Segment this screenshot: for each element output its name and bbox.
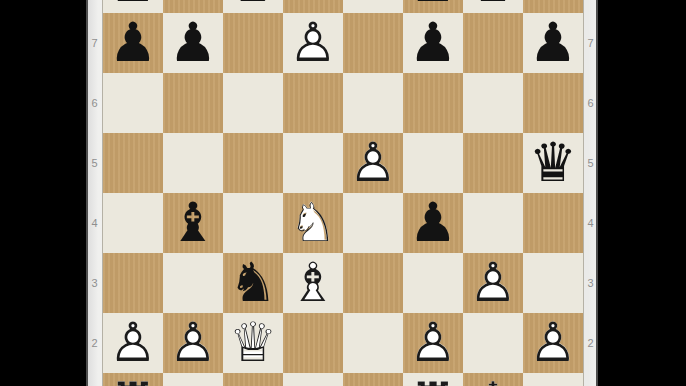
white-pawn-outline: ♙ [523,313,583,373]
white-pawn[interactable]: ♟♙ [163,313,223,373]
square-g8[interactable]: ♚ [463,0,523,13]
square-h5[interactable]: ♛ [523,133,583,193]
white-pawn-outline: ♙ [343,133,403,193]
white-knight-outline: ♘ [283,193,343,253]
black-pawn-glyph: ♟ [523,13,583,73]
black-pawn-glyph: ♟ [403,193,463,253]
square-h7[interactable]: ♟ [523,13,583,73]
square-c3[interactable]: ♞ [223,253,283,313]
square-d5[interactable] [283,133,343,193]
square-f5[interactable] [403,133,463,193]
white-bishop[interactable]: ♝♗ [283,253,343,313]
square-h3[interactable] [523,253,583,313]
square-h4[interactable] [523,193,583,253]
square-a3[interactable] [103,253,163,313]
black-pawn[interactable]: ♟ [103,13,163,73]
square-h6[interactable] [523,73,583,133]
black-pawn-glyph: ♟ [403,13,463,73]
square-f1[interactable]: ♜♖ [403,373,463,386]
square-e4[interactable] [343,193,403,253]
white-pawn[interactable]: ♟♙ [103,313,163,373]
square-d1[interactable] [283,373,343,386]
square-e2[interactable] [343,313,403,373]
square-c2[interactable]: ♛♕ [223,313,283,373]
white-bishop-outline: ♗ [283,253,343,313]
square-d2[interactable] [283,313,343,373]
square-c5[interactable] [223,133,283,193]
square-g5[interactable] [463,133,523,193]
square-a5[interactable] [103,133,163,193]
square-e3[interactable] [343,253,403,313]
square-h2[interactable]: ♟♙ [523,313,583,373]
rank-label-7-left: 7 [87,36,102,50]
square-f6[interactable] [403,73,463,133]
square-d3[interactable]: ♝♗ [283,253,343,313]
white-pawn[interactable]: ♟♙ [283,13,343,73]
black-pawn[interactable]: ♟ [523,13,583,73]
square-g6[interactable] [463,73,523,133]
square-h1[interactable] [523,373,583,386]
square-e8[interactable] [343,0,403,13]
rank-label-5-left: 5 [87,156,102,170]
white-knight[interactable]: ♞♘ [283,193,343,253]
square-e7[interactable] [343,13,403,73]
black-knight[interactable]: ♞ [223,253,283,313]
black-king[interactable]: ♚ [463,0,523,13]
white-pawn-outline: ♙ [283,13,343,73]
white-rook-outline: ♖ [403,373,463,386]
square-d7[interactable]: ♟♙ [283,13,343,73]
square-d6[interactable] [283,73,343,133]
rank-label-6-right: 6 [584,96,597,110]
square-c4[interactable] [223,193,283,253]
square-a4[interactable] [103,193,163,253]
square-f2[interactable]: ♟♙ [403,313,463,373]
white-king-outline: ♔ [463,373,523,386]
black-pawn[interactable]: ♟ [403,13,463,73]
white-pawn[interactable]: ♟♙ [403,313,463,373]
square-a1[interactable]: ♜♖ [103,373,163,386]
black-bishop[interactable]: ♝ [163,193,223,253]
video-frame: ♜♝♜♚♟♟♟♙♟♟♟♙♛♝♞♘♟♞♝♗♟♙♟♙♟♙♛♕♟♙♟♙♜♖♜♖♚♔ 7… [0,0,686,386]
square-c1[interactable] [223,373,283,386]
white-pawn-outline: ♙ [463,253,523,313]
square-c6[interactable] [223,73,283,133]
square-g7[interactable] [463,13,523,73]
square-b7[interactable]: ♟ [163,13,223,73]
black-pawn-glyph: ♟ [103,13,163,73]
square-e1[interactable] [343,373,403,386]
black-pawn[interactable]: ♟ [403,193,463,253]
square-c8[interactable]: ♝ [223,0,283,13]
black-queen-glyph: ♛ [523,133,583,193]
rank-label-4-left: 4 [87,216,102,230]
square-g3[interactable]: ♟♙ [463,253,523,313]
white-pawn-outline: ♙ [403,313,463,373]
square-e6[interactable] [343,73,403,133]
square-g4[interactable] [463,193,523,253]
square-g1[interactable]: ♚♔ [463,373,523,386]
chess-board: ♜♝♜♚♟♟♟♙♟♟♟♙♛♝♞♘♟♞♝♗♟♙♟♙♟♙♛♕♟♙♟♙♜♖♜♖♚♔ [103,0,583,386]
white-pawn[interactable]: ♟♙ [343,133,403,193]
square-f4[interactable]: ♟ [403,193,463,253]
square-e5[interactable]: ♟♙ [343,133,403,193]
square-f7[interactable]: ♟ [403,13,463,73]
white-rook[interactable]: ♜♖ [403,373,463,386]
black-bishop-glyph: ♝ [163,193,223,253]
square-b5[interactable] [163,133,223,193]
rank-label-2-right: 2 [584,336,597,350]
rank-label-2-left: 2 [87,336,102,350]
black-bishop[interactable]: ♝ [223,0,283,13]
rank-label-3-left: 3 [87,276,102,290]
rank-label-6-left: 6 [87,96,102,110]
square-g2[interactable] [463,313,523,373]
rank-label-4-right: 4 [584,216,597,230]
black-knight-glyph: ♞ [223,253,283,313]
white-queen[interactable]: ♛♕ [223,313,283,373]
black-queen[interactable]: ♛ [523,133,583,193]
white-king[interactable]: ♚♔ [463,373,523,386]
black-pawn-glyph: ♟ [163,13,223,73]
square-d4[interactable]: ♞♘ [283,193,343,253]
square-f3[interactable] [403,253,463,313]
white-pawn[interactable]: ♟♙ [523,313,583,373]
black-bishop-glyph: ♝ [223,0,283,13]
rank-label-7-right: 7 [584,36,597,50]
square-b3[interactable] [163,253,223,313]
square-b6[interactable] [163,73,223,133]
black-pawn[interactable]: ♟ [163,13,223,73]
square-a6[interactable] [103,73,163,133]
square-b2[interactable]: ♟♙ [163,313,223,373]
black-king-glyph: ♚ [463,0,523,13]
white-rook-outline: ♖ [103,373,163,386]
square-b4[interactable]: ♝ [163,193,223,253]
white-queen-outline: ♕ [223,313,283,373]
square-b1[interactable] [163,373,223,386]
white-pawn-outline: ♙ [103,313,163,373]
rank-label-3-right: 3 [584,276,597,290]
square-a7[interactable]: ♟ [103,13,163,73]
rank-label-5-right: 5 [584,156,597,170]
square-c7[interactable] [223,13,283,73]
square-a2[interactable]: ♟♙ [103,313,163,373]
white-pawn-outline: ♙ [163,313,223,373]
white-rook[interactable]: ♜♖ [103,373,163,386]
white-pawn[interactable]: ♟♙ [463,253,523,313]
